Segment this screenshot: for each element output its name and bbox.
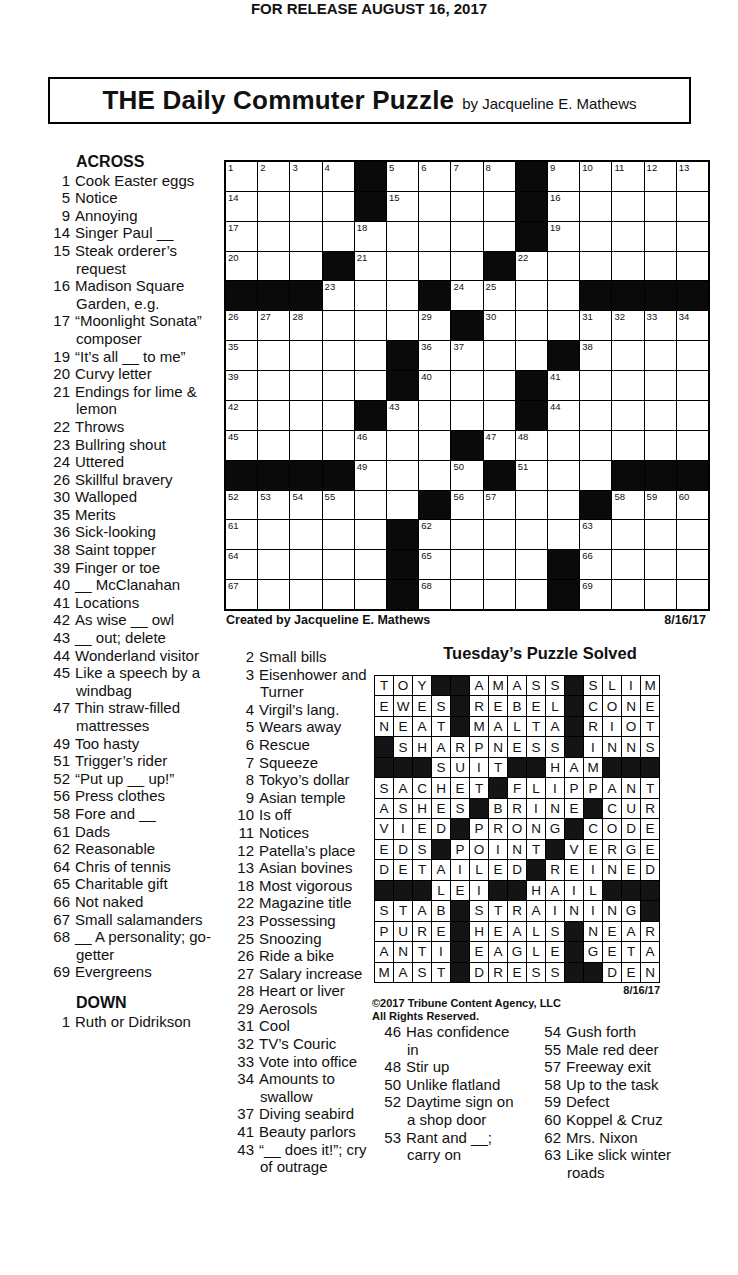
grid-cell-r12c10[interactable] (516, 491, 547, 520)
grid-cell-r12c3[interactable]: 54 (290, 491, 321, 520)
grid-cell-r8c2[interactable] (258, 371, 289, 400)
solved-cell-r14c7: A (489, 942, 507, 961)
clue-number: 19 (50, 348, 70, 366)
black-cell (677, 281, 708, 310)
clue-item: 39Finger or toe (50, 559, 226, 577)
grid-cell-r15c1[interactable]: 67 (226, 580, 257, 609)
solved-cell-r5c12: M (584, 758, 602, 777)
grid-cell-r5c4[interactable]: 23 (323, 281, 354, 310)
grid-cell-r1c9[interactable]: 8 (484, 162, 515, 191)
grid-cell-r14c2[interactable] (258, 550, 289, 579)
grid-cell-r1c1[interactable]: 1 (226, 162, 257, 191)
grid-cell-r2c7[interactable] (419, 192, 450, 221)
grid-cell-r10c14[interactable] (645, 431, 676, 460)
clue-item: 32TV’s Couric (234, 1035, 368, 1053)
grid-cell-r4c12[interactable] (580, 252, 611, 281)
black-cell (516, 222, 547, 251)
clue-item: 16Madison Square Garden, e.g. (50, 277, 226, 312)
clue-item: 61Dads (50, 823, 226, 841)
grid-cell-r15c14[interactable] (645, 580, 676, 609)
grid-cell-r4c6[interactable] (387, 252, 418, 281)
grid-cell-r13c14[interactable] (645, 520, 676, 549)
cell-number: 30 (486, 312, 497, 322)
solved-cell-r2c13: O (603, 696, 621, 715)
grid-cell-r5c8[interactable]: 24 (451, 281, 482, 310)
cell-number: 8 (486, 163, 491, 173)
grid-cell-r11c10[interactable]: 51 (516, 461, 547, 490)
grid-cell-r11c5[interactable]: 49 (355, 461, 386, 490)
main-crossword-grid[interactable]: 1234567891011121314151617181920212223242… (224, 160, 710, 611)
grid-cell-r6c1[interactable]: 26 (226, 311, 257, 340)
grid-cell-r6c2[interactable]: 27 (258, 311, 289, 340)
grid-cell-r8c4[interactable] (323, 371, 354, 400)
grid-cell-r7c9[interactable] (484, 341, 515, 370)
grid-cell-r13c7[interactable]: 62 (419, 520, 450, 549)
clue-number: 10 (234, 806, 254, 824)
grid-cell-r2c2[interactable] (258, 192, 289, 221)
solved-cell-r14c6: E (470, 942, 488, 961)
grid-cell-r11c11[interactable] (548, 461, 579, 490)
grid-cell-r7c4[interactable] (323, 341, 354, 370)
grid-cell-r14c14[interactable] (645, 550, 676, 579)
grid-cell-r10c4[interactable] (323, 431, 354, 460)
grid-cell-r1c3[interactable]: 3 (290, 162, 321, 191)
grid-cell-r9c7[interactable] (419, 401, 450, 430)
grid-cell-r13c2[interactable] (258, 520, 289, 549)
solved-cell-r12c12: I (584, 901, 602, 920)
grid-cell-r3c12[interactable] (580, 222, 611, 251)
grid-cell-r13c12[interactable]: 63 (580, 520, 611, 549)
grid-cell-r3c15[interactable] (677, 222, 708, 251)
clue-number: 4 (234, 701, 254, 719)
grid-cell-r2c15[interactable] (677, 192, 708, 221)
grid-cell-r10c6[interactable] (387, 431, 418, 460)
solved-black-cell (451, 819, 469, 838)
grid-cell-r15c7[interactable]: 68 (419, 580, 450, 609)
grid-cell-r8c14[interactable] (645, 371, 676, 400)
grid-cell-r2c8[interactable] (451, 192, 482, 221)
grid-cell-r8c12[interactable] (580, 371, 611, 400)
grid-cell-r12c6[interactable] (387, 491, 418, 520)
grid-cell-r6c4[interactable] (323, 311, 354, 340)
solved-cell-r12c4: B (432, 901, 450, 920)
grid-cell-r12c1[interactable]: 52 (226, 491, 257, 520)
grid-cell-r5c9[interactable]: 25 (484, 281, 515, 310)
grid-cell-r4c13[interactable] (612, 252, 643, 281)
black-cell (323, 461, 354, 490)
solved-black-cell (584, 799, 602, 818)
grid-cell-r11c8[interactable]: 50 (451, 461, 482, 490)
grid-cell-r13c5[interactable] (355, 520, 386, 549)
grid-cell-r13c1[interactable]: 61 (226, 520, 257, 549)
cell-number: 9 (550, 163, 555, 173)
grid-cell-r10c12[interactable] (580, 431, 611, 460)
solved-cell-r3c7: A (489, 717, 507, 736)
grid-cell-r7c14[interactable] (645, 341, 676, 370)
grid-cell-r10c2[interactable] (258, 431, 289, 460)
grid-cell-r10c3[interactable] (290, 431, 321, 460)
grid-cell-r9c3[interactable] (290, 401, 321, 430)
solved-cell-r13c2: U (394, 922, 412, 941)
grid-cell-r9c11[interactable]: 44 (548, 401, 579, 430)
grid-cell-r2c9[interactable] (484, 192, 515, 221)
solved-cell-r14c15: A (641, 942, 659, 961)
grid-cell-r14c12[interactable]: 66 (580, 550, 611, 579)
solved-cell-r3c8: L (508, 717, 526, 736)
solved-black-cell (584, 963, 602, 982)
grid-cell-r15c13[interactable] (612, 580, 643, 609)
black-cell (387, 371, 418, 400)
grid-cell-r1c7[interactable]: 6 (419, 162, 450, 191)
clue-item: 2Small bills (234, 648, 368, 666)
solved-cell-r13c8: A (508, 922, 526, 941)
grid-cell-r6c11[interactable] (548, 311, 579, 340)
grid-cell-r9c15[interactable] (677, 401, 708, 430)
grid-cell-r3c9[interactable] (484, 222, 515, 251)
black-cell (226, 281, 257, 310)
solved-cell-r8c14: D (622, 819, 640, 838)
solved-cell-r6c4: H (432, 778, 450, 797)
clue-number: 39 (50, 559, 70, 577)
clue-number: 21 (50, 383, 70, 401)
grid-cell-r1c11[interactable]: 9 (548, 162, 579, 191)
grid-cell-r5c10[interactable] (516, 281, 547, 310)
grid-cell-r12c9[interactable]: 57 (484, 491, 515, 520)
grid-cell-r12c4[interactable]: 55 (323, 491, 354, 520)
grid-cell-r3c1[interactable]: 17 (226, 222, 257, 251)
grid-cell-r14c13[interactable] (612, 550, 643, 579)
grid-cell-r7c5[interactable] (355, 341, 386, 370)
clue-number: 25 (234, 930, 254, 948)
down-clue-list-left: 1Ruth or Didrikson (50, 1013, 226, 1031)
grid-cell-r13c15[interactable] (677, 520, 708, 549)
grid-cell-r10c7[interactable] (419, 431, 450, 460)
grid-cell-r4c5[interactable]: 21 (355, 252, 386, 281)
clue-number: 65 (50, 875, 70, 893)
grid-cell-r9c12[interactable] (580, 401, 611, 430)
solved-cell-r12c10: I (546, 901, 564, 920)
grid-cell-r4c11[interactable] (548, 252, 579, 281)
grid-cell-r6c13[interactable]: 32 (612, 311, 643, 340)
solved-cell-r15c9: S (527, 963, 545, 982)
grid-cell-r12c15[interactable]: 60 (677, 491, 708, 520)
grid-cell-r14c4[interactable] (323, 550, 354, 579)
grid-cell-r7c1[interactable]: 35 (226, 341, 257, 370)
grid-cell-r9c1[interactable]: 42 (226, 401, 257, 430)
solved-black-cell (565, 696, 583, 715)
clue-number: 55 (541, 1041, 561, 1059)
solved-cell-r1c12: S (584, 676, 602, 695)
grid-cell-r3c2[interactable] (258, 222, 289, 251)
grid-cell-r15c2[interactable] (258, 580, 289, 609)
grid-cell-r4c2[interactable] (258, 252, 289, 281)
grid-cell-r10c13[interactable] (612, 431, 643, 460)
grid-cell-r5c6[interactable] (387, 281, 418, 310)
solved-cell-r3c6: M (470, 717, 488, 736)
grid-cell-r4c14[interactable] (645, 252, 676, 281)
clue-number: 57 (541, 1058, 561, 1076)
solved-black-cell (451, 901, 469, 920)
cell-number: 42 (228, 402, 239, 412)
solved-cell-r9c3: S (413, 840, 431, 859)
grid-cell-r2c11[interactable]: 16 (548, 192, 579, 221)
solved-cell-r6c15: T (641, 778, 659, 797)
cell-number: 21 (357, 253, 368, 263)
grid-cell-r5c11[interactable] (548, 281, 579, 310)
grid-cell-r3c11[interactable]: 19 (548, 222, 579, 251)
black-cell (419, 491, 450, 520)
grid-cell-r3c14[interactable] (645, 222, 676, 251)
solved-cell-r13c4: E (432, 922, 450, 941)
grid-cell-r3c6[interactable] (387, 222, 418, 251)
grid-cell-r14c3[interactable] (290, 550, 321, 579)
black-cell (226, 461, 257, 490)
grid-cell-r1c6[interactable]: 5 (387, 162, 418, 191)
solved-cell-r10c15: D (641, 860, 659, 879)
grid-cell-r13c9[interactable] (484, 520, 515, 549)
solved-cell-r7c7: B (489, 799, 507, 818)
grid-cell-r7c12[interactable]: 38 (580, 341, 611, 370)
grid-cell-r4c15[interactable] (677, 252, 708, 281)
grid-cell-r14c5[interactable] (355, 550, 386, 579)
solved-black-cell (489, 881, 507, 900)
solved-cell-r2c9: E (527, 696, 545, 715)
clue-item: 41Locations (50, 594, 226, 612)
clue-item: 64Chris of tennis (50, 858, 226, 876)
grid-cell-r13c11[interactable] (548, 520, 579, 549)
grid-cell-r10c10[interactable]: 48 (516, 431, 547, 460)
grid-cell-r3c8[interactable] (451, 222, 482, 251)
solved-cell-r15c7: R (489, 963, 507, 982)
grid-cell-r6c7[interactable]: 29 (419, 311, 450, 340)
grid-cell-r8c8[interactable] (451, 371, 482, 400)
grid-cell-r9c6[interactable]: 43 (387, 401, 418, 430)
grid-cell-r14c10[interactable] (516, 550, 547, 579)
grid-cell-r10c1[interactable]: 45 (226, 431, 257, 460)
grid-cell-r11c7[interactable] (419, 461, 450, 490)
grid-cell-r12c13[interactable]: 58 (612, 491, 643, 520)
clue-item: 52“Put up __ up!” (50, 770, 226, 788)
grid-cell-r7c7[interactable]: 36 (419, 341, 450, 370)
grid-cell-r1c8[interactable]: 7 (451, 162, 482, 191)
grid-cell-r15c3[interactable] (290, 580, 321, 609)
clue-item: 7Squeeze (234, 754, 368, 772)
cell-number: 51 (518, 462, 529, 472)
cell-number: 12 (647, 163, 658, 173)
grid-cell-r8c3[interactable] (290, 371, 321, 400)
grid-cell-r6c10[interactable] (516, 311, 547, 340)
grid-cell-r1c14[interactable]: 12 (645, 162, 676, 191)
grid-cell-r15c10[interactable] (516, 580, 547, 609)
clue-item: 33Vote into office (234, 1053, 368, 1071)
solved-cell-r7c15: R (641, 799, 659, 818)
grid-cell-r9c4[interactable] (323, 401, 354, 430)
black-cell (387, 580, 418, 609)
grid-cell-r12c2[interactable]: 53 (258, 491, 289, 520)
solved-cell-r15c4: T (432, 963, 450, 982)
grid-cell-r15c4[interactable] (323, 580, 354, 609)
grid-cell-r14c1[interactable]: 64 (226, 550, 257, 579)
grid-cell-r11c6[interactable] (387, 461, 418, 490)
solved-cell-r7c11: E (565, 799, 583, 818)
solved-black-cell (565, 676, 583, 695)
grid-cell-r8c15[interactable] (677, 371, 708, 400)
grid-cell-r4c3[interactable] (290, 252, 321, 281)
grid-cell-r3c13[interactable] (612, 222, 643, 251)
grid-cell-r9c2[interactable] (258, 401, 289, 430)
grid-cell-r4c10[interactable]: 22 (516, 252, 547, 281)
grid-cell-r3c4[interactable] (323, 222, 354, 251)
grid-cell-r10c15[interactable] (677, 431, 708, 460)
grid-cell-r8c1[interactable]: 39 (226, 371, 257, 400)
grid-cell-r7c15[interactable] (677, 341, 708, 370)
grid-cell-r15c9[interactable] (484, 580, 515, 609)
solved-cell-r5c6: I (470, 758, 488, 777)
solved-cell-r13c7: E (489, 922, 507, 941)
grid-cell-r6c5[interactable] (355, 311, 386, 340)
grid-cell-r1c4[interactable]: 4 (323, 162, 354, 191)
grid-cell-r9c13[interactable] (612, 401, 643, 430)
grid-cell-r3c7[interactable] (419, 222, 450, 251)
grid-cell-r9c9[interactable] (484, 401, 515, 430)
grid-cell-r10c5[interactable]: 46 (355, 431, 386, 460)
grid-cell-r2c14[interactable] (645, 192, 676, 221)
grid-cell-r15c12[interactable]: 69 (580, 580, 611, 609)
cell-number: 56 (453, 492, 464, 502)
solved-cell-r10c2: E (394, 860, 412, 879)
grid-cell-r13c8[interactable] (451, 520, 482, 549)
grid-cell-r1c2[interactable]: 2 (258, 162, 289, 191)
solved-cell-r14c9: L (527, 942, 545, 961)
grid-cell-r13c13[interactable] (612, 520, 643, 549)
clue-number: 54 (541, 1023, 561, 1041)
solved-cell-r10c13: N (603, 860, 621, 879)
grid-cell-r3c5[interactable]: 18 (355, 222, 386, 251)
grid-cell-r12c14[interactable]: 59 (645, 491, 676, 520)
grid-cell-r14c15[interactable] (677, 550, 708, 579)
grid-cell-r6c6[interactable] (387, 311, 418, 340)
solved-cell-r5c5: U (451, 758, 469, 777)
grid-cell-r14c8[interactable] (451, 550, 482, 579)
clue-item: 22Magazine title (234, 894, 368, 912)
clue-item: 27Salary increase (234, 965, 368, 983)
cell-number: 4 (325, 163, 330, 173)
solved-cell-r13c3: R (413, 922, 431, 941)
clue-number: 58 (541, 1076, 561, 1094)
grid-cell-r7c13[interactable] (612, 341, 643, 370)
grid-cell-r6c9[interactable]: 30 (484, 311, 515, 340)
grid-cell-r13c10[interactable] (516, 520, 547, 549)
solved-cell-r1c9: S (527, 676, 545, 695)
grid-cell-r14c7[interactable]: 65 (419, 550, 450, 579)
clue-number: 9 (234, 789, 254, 807)
grid-cell-r2c13[interactable] (612, 192, 643, 221)
clue-item: 67Small salamanders (50, 911, 226, 929)
grid-cell-r15c5[interactable] (355, 580, 386, 609)
grid-cell-r6c15[interactable]: 34 (677, 311, 708, 340)
grid-cell-r10c11[interactable] (548, 431, 579, 460)
solved-black-cell (432, 676, 450, 695)
clue-number: 22 (50, 418, 70, 436)
grid-cell-r12c11[interactable] (548, 491, 579, 520)
grid-cell-r1c15[interactable]: 13 (677, 162, 708, 191)
cell-number: 59 (647, 492, 658, 502)
grid-cell-r12c5[interactable] (355, 491, 386, 520)
grid-cell-r5c5[interactable] (355, 281, 386, 310)
grid-cell-r14c9[interactable] (484, 550, 515, 579)
grid-cell-r6c12[interactable]: 31 (580, 311, 611, 340)
solved-cell-r10c14: E (622, 860, 640, 879)
solved-cell-r14c10: E (546, 942, 564, 961)
clue-item: 1Ruth or Didrikson (50, 1013, 226, 1031)
grid-cell-r15c8[interactable] (451, 580, 482, 609)
grid-cell-r10c9[interactable]: 47 (484, 431, 515, 460)
grid-cell-r7c3[interactable] (290, 341, 321, 370)
grid-cell-r13c3[interactable] (290, 520, 321, 549)
grid-cell-r8c13[interactable] (612, 371, 643, 400)
grid-cell-r11c12[interactable] (580, 461, 611, 490)
solved-cell-r7c1: A (375, 799, 393, 818)
clue-number: 33 (234, 1053, 254, 1071)
grid-cell-r7c10[interactable] (516, 341, 547, 370)
grid-cell-r1c12[interactable]: 10 (580, 162, 611, 191)
cell-number: 63 (582, 521, 593, 531)
grid-cell-r9c8[interactable] (451, 401, 482, 430)
grid-cell-r3c3[interactable] (290, 222, 321, 251)
grid-cell-r4c1[interactable]: 20 (226, 252, 257, 281)
solved-cell-r8c2: I (394, 819, 412, 838)
grid-cell-r13c4[interactable] (323, 520, 354, 549)
solved-cell-r6c11: P (565, 778, 583, 797)
grid-cell-r15c15[interactable] (677, 580, 708, 609)
grid-cell-r6c14[interactable]: 33 (645, 311, 676, 340)
solved-black-cell (565, 819, 583, 838)
grid-cell-r12c8[interactable]: 56 (451, 491, 482, 520)
solved-cell-r10c12: I (584, 860, 602, 879)
cell-number: 34 (679, 312, 690, 322)
black-cell (451, 431, 482, 460)
solved-cell-r11c11: I (565, 881, 583, 900)
black-cell (290, 461, 321, 490)
solved-cell-r8c15: E (641, 819, 659, 838)
grid-cell-r4c7[interactable] (419, 252, 450, 281)
grid-cell-r8c11[interactable]: 41 (548, 371, 579, 400)
clue-item: 21Endings for lime & lemon (50, 383, 226, 418)
grid-cell-r2c6[interactable]: 15 (387, 192, 418, 221)
cell-number: 13 (679, 163, 690, 173)
grid-cell-r2c3[interactable] (290, 192, 321, 221)
grid-cell-r2c1[interactable]: 14 (226, 192, 257, 221)
grid-cell-r8c9[interactable] (484, 371, 515, 400)
grid-cell-r6c3[interactable]: 28 (290, 311, 321, 340)
grid-cell-r7c2[interactable] (258, 341, 289, 370)
solved-cell-r2c8: B (508, 696, 526, 715)
grid-cell-r9c14[interactable] (645, 401, 676, 430)
grid-cell-r7c8[interactable]: 37 (451, 341, 482, 370)
grid-cell-r1c13[interactable]: 11 (612, 162, 643, 191)
grid-cell-r2c12[interactable] (580, 192, 611, 221)
grid-cell-r2c4[interactable] (323, 192, 354, 221)
grid-cell-r8c5[interactable] (355, 371, 386, 400)
solved-cell-r4c5: R (451, 737, 469, 756)
clue-number: 69 (50, 963, 70, 981)
grid-cell-r8c7[interactable]: 40 (419, 371, 450, 400)
solved-cell-r1c2: O (394, 676, 412, 695)
grid-cell-r4c8[interactable] (451, 252, 482, 281)
clue-number: 6 (234, 736, 254, 754)
cell-number: 23 (325, 282, 336, 292)
solved-black-cell (622, 881, 640, 900)
